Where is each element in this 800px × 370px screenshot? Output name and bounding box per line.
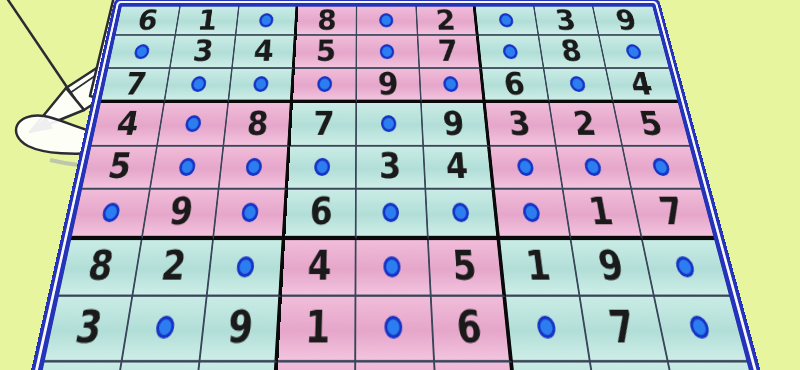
board-frame-inner: 6182393457879644879325534961782451939167… [24,3,770,370]
cell-r9c9[interactable] [669,362,764,370]
given-number: 2 [435,7,457,34]
cell-r4c6[interactable]: 9 [421,103,490,147]
cell-r4c3[interactable]: 8 [224,103,293,147]
empty-cell-dot [522,202,541,221]
cell-r5c7[interactable] [490,147,563,190]
given-number: 9 [167,192,195,231]
cell-r9c7[interactable]: 8 [513,362,601,370]
empty-cell-dot [241,202,259,221]
board-frame-white: 6182393457879644879325534961782451939167… [20,1,774,370]
empty-cell-dot [190,76,207,92]
cell-r5c4[interactable] [288,147,357,190]
cell-r7c6[interactable]: 5 [428,240,505,297]
empty-cell-dot [101,202,121,221]
cell-r8c1[interactable]: 3 [45,296,134,362]
cell-r1c5[interactable] [357,7,418,36]
given-number: 8 [246,106,270,140]
given-number: 3 [553,7,578,34]
board-frame-outer: 6182393457879644879325534961782451939167… [15,0,780,370]
given-number: 4 [114,106,142,140]
given-number: 4 [444,148,469,184]
cell-r9c5[interactable]: 2 [356,362,437,370]
cell-r8c3[interactable]: 9 [201,296,283,362]
empty-cell-dot [516,158,534,176]
given-number: 2 [571,106,598,140]
empty-cell-dot [245,158,262,176]
empty-cell-dot [133,44,150,59]
given-number: 2 [382,366,409,370]
cell-r8c9[interactable] [655,296,747,362]
cell-r1c9[interactable]: 9 [593,7,660,36]
cell-r2c9[interactable] [600,36,669,69]
cell-r5c6[interactable]: 4 [424,147,495,190]
empty-cell-dot [674,256,696,277]
given-number: 6 [455,303,483,349]
cell-r7c8[interactable]: 9 [571,240,654,297]
empty-cell-dot [380,44,395,59]
empty-cell-dot [155,316,176,339]
given-number: 4 [627,69,655,99]
empty-cell-dot [383,202,400,221]
given-number: 9 [442,106,466,140]
cell-r2c1[interactable] [108,36,176,69]
cell-r1c6[interactable]: 2 [417,7,479,36]
empty-cell-dot [443,76,459,92]
cell-r4c5[interactable] [357,103,423,147]
cell-r2c5[interactable] [357,36,419,69]
cell-r1c1[interactable]: 6 [115,7,180,36]
cell-r6c3[interactable] [214,189,288,239]
empty-cell-dot [178,158,196,176]
cell-r2c7[interactable] [479,36,545,69]
cell-r3c5[interactable]: 9 [357,69,421,103]
cell-r9c6[interactable] [435,362,520,370]
given-number: 8 [559,36,585,66]
cell-r9c4[interactable] [275,362,357,370]
empty-cell-dot [498,13,514,27]
cell-r2c3[interactable]: 4 [233,36,297,69]
cell-r1c7[interactable] [475,7,539,36]
given-number: 9 [613,7,639,34]
empty-cell-dot [317,76,332,92]
empty-cell-dot [384,256,402,277]
cell-r8c6[interactable]: 6 [431,296,512,362]
cell-r6c8[interactable]: 1 [563,189,642,239]
given-number: 5 [140,366,173,370]
empty-cell-dot [236,256,255,277]
cell-r6c6[interactable] [426,189,500,239]
given-number: 4 [253,36,276,66]
given-number: 8 [85,244,117,286]
given-number: 7 [122,69,149,99]
cell-r8c4[interactable]: 1 [279,296,357,362]
cell-r8c8[interactable]: 7 [580,296,668,362]
given-number: 8 [538,366,571,370]
cell-r3c9[interactable]: 4 [607,69,678,103]
cell-r4c1[interactable]: 4 [91,103,165,147]
given-number: 7 [606,303,639,349]
cell-r9c1[interactable] [31,362,123,370]
given-number: 5 [636,106,665,140]
given-number: 1 [304,303,330,349]
given-number: 6 [135,7,160,34]
empty-cell-dot [380,13,394,27]
given-number: 9 [226,303,255,349]
given-number: 9 [595,244,627,286]
cell-r4c2[interactable] [158,103,229,147]
empty-cell-dot [451,202,469,221]
empty-cell-dot [625,44,643,59]
given-number: 2 [159,244,189,286]
given-number: 9 [378,69,399,99]
cell-r4c4[interactable]: 7 [291,103,358,147]
empty-cell-dot [314,158,330,176]
cell-r6c5[interactable] [357,189,428,239]
cell-r6c1[interactable] [71,189,151,239]
cell-r7c5[interactable] [357,240,431,297]
cell-r3c4[interactable] [293,69,357,103]
cell-r3c1[interactable]: 7 [101,69,171,103]
empty-cell-dot [569,76,587,92]
cell-r7c2[interactable]: 2 [133,240,214,297]
cell-r2c2[interactable]: 3 [171,36,237,69]
sudoku-scene: 6182393457879644879325534961782451939167… [0,0,800,370]
empty-cell-dot [185,115,203,132]
sudoku-board: 6182393457879644879325534961782451939167… [15,0,780,370]
cell-r3c2[interactable] [165,69,233,103]
cell-r1c4[interactable]: 8 [297,7,358,36]
sudoku-grid: 6182393457879644879325534961782451939167… [31,7,764,370]
cell-r2c6[interactable]: 7 [418,36,482,69]
cell-r1c8[interactable]: 3 [534,7,599,36]
cell-r5c9[interactable] [623,147,701,190]
given-number: 3 [191,36,215,66]
cell-r7c7[interactable]: 1 [500,240,580,297]
cell-r5c8[interactable] [557,147,632,190]
empty-cell-dot [651,158,671,176]
cell-r6c9[interactable]: 7 [632,189,714,239]
cell-r6c4[interactable]: 6 [285,189,357,239]
empty-cell-dot [583,158,602,176]
cell-r3c7[interactable]: 6 [482,69,550,103]
given-number: 5 [315,36,336,66]
given-number: 1 [196,7,219,34]
given-number: 3 [379,148,402,184]
given-number: 7 [313,106,335,140]
given-number: 6 [309,192,333,231]
cell-r3c8[interactable] [544,69,614,103]
given-number: 3 [507,106,533,140]
cell-r4c8[interactable]: 2 [550,103,623,147]
empty-cell-dot [259,13,274,27]
cell-r5c5[interactable]: 3 [357,147,426,190]
given-number: 1 [586,192,616,231]
empty-cell-dot [381,115,397,132]
given-number: 6 [502,69,527,99]
cell-r3c6[interactable] [420,69,486,103]
cell-r8c5[interactable] [357,296,435,362]
cell-r4c9[interactable]: 5 [614,103,690,147]
cell-r5c1[interactable]: 5 [82,147,158,190]
cell-r1c2[interactable]: 1 [176,7,240,36]
cell-r7c3[interactable] [208,240,286,297]
cell-r6c2[interactable]: 9 [143,189,220,239]
cell-r7c9[interactable] [643,240,730,297]
given-number: 7 [656,192,688,231]
cell-r6c7[interactable] [495,189,572,239]
cell-r8c7[interactable] [506,296,591,362]
cell-r3c3[interactable] [229,69,295,103]
empty-cell-dot [536,316,557,339]
given-number: 5 [451,244,478,286]
given-number: 7 [437,36,459,66]
cell-r2c4[interactable]: 5 [295,36,357,69]
given-number: 5 [105,148,134,184]
given-number: 8 [317,7,337,34]
given-number: 1 [524,244,553,286]
cell-r5c2[interactable] [151,147,224,190]
empty-cell-dot [688,316,711,339]
cell-r2c8[interactable]: 8 [539,36,607,69]
empty-cell-dot [385,316,403,339]
cell-r9c3[interactable] [194,362,279,370]
empty-cell-dot [253,76,269,92]
cell-r9c2[interactable]: 5 [112,362,200,370]
cell-r7c1[interactable]: 8 [59,240,143,297]
cell-r4c7[interactable]: 3 [486,103,557,147]
empty-cell-dot [502,44,518,59]
given-number: 4 [307,244,332,286]
cell-r5c3[interactable] [220,147,291,190]
cell-r1c3[interactable] [236,7,298,36]
cell-r8c2[interactable] [123,296,208,362]
cell-r7c4[interactable]: 4 [282,240,357,297]
given-number: 3 [72,303,106,349]
